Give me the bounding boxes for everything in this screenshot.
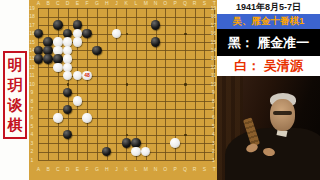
star-point: [184, 83, 186, 85]
col-label-bottom: O: [161, 167, 169, 172]
photo-go-seigen: [217, 76, 320, 180]
stone-black-D7: [63, 105, 72, 114]
col-label-top: S: [200, 1, 208, 6]
col-label-bottom: A: [34, 167, 42, 172]
stone-white-E11: [73, 71, 82, 80]
stone-black-K3: [122, 138, 131, 147]
banner-char: 明: [8, 55, 23, 75]
stone-black-A16: [34, 29, 43, 38]
row-label-left: 12: [28, 65, 36, 70]
star-point: [184, 33, 186, 35]
grid-line-v: [165, 8, 166, 160]
row-label-left: 4: [28, 132, 36, 137]
stone-white-J16: [112, 29, 121, 38]
grid-line-v: [175, 8, 176, 160]
col-label-bottom: S: [200, 167, 208, 172]
stone-white-F6: [82, 113, 91, 122]
col-label-bottom: D: [64, 167, 72, 172]
left-margin: 明 玥 谈 棋: [0, 0, 29, 180]
star-point: [126, 83, 128, 85]
col-label-bottom: H: [103, 167, 111, 172]
row-label-left: 10: [28, 82, 36, 87]
col-label-top: K: [122, 1, 130, 6]
col-label-top: G: [93, 1, 101, 6]
info-panel: 1941年8月5-7日 吴、雁金十番棋1 黑： 雁金准一 白： 吴清源: [217, 0, 320, 180]
col-label-top: R: [191, 1, 199, 6]
col-label-bottom: R: [191, 167, 199, 172]
col-label-top: H: [103, 1, 111, 6]
stone-black-H2: [102, 147, 111, 156]
grid-line-v: [146, 8, 147, 160]
go-board: AA1919BB1818CC1717DD1616EE1515FF1414GG13…: [29, 0, 217, 180]
stone-black-C17: [53, 20, 62, 29]
col-label-bottom: B: [44, 167, 52, 172]
move-number-label: 48: [84, 73, 90, 78]
col-label-top: F: [83, 1, 91, 6]
row-label-left: 17: [28, 23, 36, 28]
col-label-bottom: M: [142, 167, 150, 172]
stone-black-N15: [151, 37, 160, 46]
col-label-bottom: J: [112, 167, 120, 172]
row-label-left: 6: [28, 115, 36, 120]
col-label-top: C: [54, 1, 62, 6]
white-player-bar: 白： 吴清源: [217, 56, 320, 76]
row-label-left: 19: [28, 6, 36, 11]
col-label-top: O: [161, 1, 169, 6]
series-title-bar: 吴、雁金十番棋1: [217, 14, 320, 29]
col-label-bottom: E: [73, 167, 81, 172]
col-label-bottom: Q: [181, 167, 189, 172]
row-label-left: 1: [28, 158, 36, 163]
col-label-bottom: K: [122, 167, 130, 172]
banner-char: 棋: [8, 115, 23, 135]
grid-line-v: [156, 8, 157, 160]
grid-line-h: [38, 118, 214, 119]
thumbnail: 明 玥 谈 棋 AA1919BB1818CC1717DD1616EE1515FF…: [0, 0, 320, 180]
col-label-top: P: [171, 1, 179, 6]
banner-char: 谈: [8, 95, 23, 115]
stone-black-G14: [92, 46, 101, 55]
row-label-left: 15: [28, 40, 36, 45]
col-label-bottom: P: [171, 167, 179, 172]
black-player: 黑： 雁金准一: [228, 34, 310, 52]
glasses-icon: [273, 111, 292, 115]
stone-black-F16: [82, 29, 91, 38]
grid-line-h: [38, 126, 214, 127]
row-label-left: 2: [28, 149, 36, 154]
date-bar: 1941年8月5-7日: [217, 0, 320, 14]
star-point: [67, 83, 69, 85]
stone-white-M2: [141, 147, 150, 156]
stone-white-E8: [73, 96, 82, 105]
col-label-top: L: [132, 1, 140, 6]
stone-white-C6: [53, 113, 62, 122]
col-label-bottom: C: [54, 167, 62, 172]
stone-white-C12: [53, 63, 62, 72]
col-label-top: J: [112, 1, 120, 6]
stone-white-P3: [170, 138, 179, 147]
col-label-top: D: [64, 1, 72, 6]
star-point: [126, 33, 128, 35]
white-player: 白： 吴清源: [234, 57, 303, 75]
col-label-top: E: [73, 1, 81, 6]
face: [270, 99, 295, 131]
col-label-bottom: F: [83, 167, 91, 172]
row-label-left: 11: [28, 73, 36, 78]
stone-black-D9: [63, 88, 72, 97]
col-label-top: N: [152, 1, 160, 6]
stone-black-N17: [151, 20, 160, 29]
row-label-left: 18: [28, 14, 36, 19]
row-label-left: 5: [28, 124, 36, 129]
stone-white-E15: [73, 37, 82, 46]
stone-black-D4: [63, 130, 72, 139]
stone-black-A13: [34, 54, 43, 63]
grid-line-h: [38, 152, 214, 153]
col-label-bottom: G: [93, 167, 101, 172]
row-label-left: 3: [28, 141, 36, 146]
black-player-bar: 黑： 雁金准一: [217, 29, 320, 56]
grid-line-h: [38, 101, 214, 102]
col-label-top: B: [44, 1, 52, 6]
stone-white-L2: [131, 147, 140, 156]
stone-white-F11: 48: [82, 71, 91, 80]
grid-line-h: [38, 160, 214, 161]
game-date: 1941年8月5-7日: [236, 1, 301, 14]
row-label-left: 8: [28, 99, 36, 104]
series-title: 吴、雁金十番棋1: [233, 15, 305, 28]
grid-line-v: [204, 8, 205, 160]
stone-white-D11: [63, 71, 72, 80]
col-label-bottom: N: [152, 167, 160, 172]
stone-black-B13: [43, 54, 52, 63]
col-label-top: Q: [181, 1, 189, 6]
channel-banner: 明 玥 谈 棋: [3, 51, 27, 139]
grid-line-v: [136, 8, 137, 160]
col-label-top: M: [142, 1, 150, 6]
row-label-left: 7: [28, 107, 36, 112]
row-label-left: 9: [28, 90, 36, 95]
grid-line-v: [195, 8, 196, 160]
col-label-bottom: L: [132, 167, 140, 172]
banner-char: 玥: [8, 75, 23, 95]
